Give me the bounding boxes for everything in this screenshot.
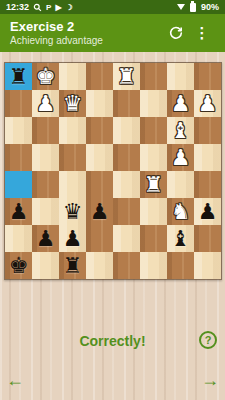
square-f7[interactable] (140, 90, 167, 117)
status-bar: 12:32 P ▶ ☽ 90% (0, 0, 225, 14)
square-b3[interactable] (32, 198, 59, 225)
square-a4[interactable] (5, 171, 32, 198)
square-a2[interactable] (5, 225, 32, 252)
piece-black-rook: ♜ (9, 63, 29, 90)
refresh-icon (168, 25, 184, 41)
left-arrow-icon: ← (6, 370, 24, 390)
piece-white-pawn: ♟ (171, 90, 191, 117)
square-e6[interactable] (113, 117, 140, 144)
piece-black-pawn: ♟ (36, 225, 56, 252)
square-b1[interactable] (32, 252, 59, 279)
page-title: Exercise 2 (10, 19, 163, 35)
night-mode-icon: ☽ (66, 3, 73, 12)
square-b2[interactable]: ♟ (32, 225, 59, 252)
piece-white-rook: ♜ (144, 171, 164, 198)
square-h2[interactable] (194, 225, 221, 252)
square-g1[interactable] (167, 252, 194, 279)
square-a3[interactable]: ♟ (5, 198, 32, 225)
piece-black-king: ♚ (9, 252, 29, 279)
square-d8[interactable] (86, 63, 113, 90)
square-g4[interactable] (167, 171, 194, 198)
square-e1[interactable] (113, 252, 140, 279)
square-d2[interactable] (86, 225, 113, 252)
square-h8[interactable] (194, 63, 221, 90)
square-e2[interactable] (113, 225, 140, 252)
question-mark-icon: ? (205, 334, 212, 346)
piece-white-pawn: ♟ (198, 90, 218, 117)
clock-text: 12:32 (6, 2, 29, 12)
piece-black-rook: ♜ (63, 252, 83, 279)
square-h7[interactable]: ♟ (194, 90, 221, 117)
square-c4[interactable] (59, 171, 86, 198)
square-e7[interactable] (113, 90, 140, 117)
square-b8[interactable]: ♚ (32, 63, 59, 90)
square-f4[interactable]: ♜ (140, 171, 167, 198)
square-g2[interactable]: ♝ (167, 225, 194, 252)
square-a7[interactable] (5, 90, 32, 117)
battery-percent-text: 90% (201, 2, 219, 12)
help-button[interactable]: ? (199, 331, 217, 349)
wifi-icon (177, 4, 185, 10)
square-g3[interactable]: ♞ (167, 198, 194, 225)
square-e8[interactable]: ♜ (113, 63, 140, 90)
piece-white-pawn: ♟ (36, 90, 56, 117)
square-c5[interactable] (59, 144, 86, 171)
square-f5[interactable] (140, 144, 167, 171)
square-e3[interactable] (113, 198, 140, 225)
square-b5[interactable] (32, 144, 59, 171)
square-a8[interactable]: ♜ (5, 63, 32, 90)
piece-black-bishop: ♝ (171, 225, 191, 252)
square-f3[interactable] (140, 198, 167, 225)
piece-white-rook: ♜ (117, 63, 137, 90)
square-c8[interactable] (59, 63, 86, 90)
square-d5[interactable] (86, 144, 113, 171)
chess-board[interactable]: ♜♚♜♟♛♟♟♝♟♜♟♛♟♞♟♟♟♝♚♜ (4, 62, 222, 280)
piece-black-queen: ♛ (63, 198, 83, 225)
square-g6[interactable]: ♝ (167, 117, 194, 144)
square-a5[interactable] (5, 144, 32, 171)
square-f8[interactable] (140, 63, 167, 90)
piece-black-pawn: ♟ (198, 198, 218, 225)
play-icon: ▶ (55, 3, 61, 12)
square-d1[interactable] (86, 252, 113, 279)
square-g8[interactable] (167, 63, 194, 90)
vertical-dots-icon: ⋮ (195, 24, 210, 42)
square-e4[interactable] (113, 171, 140, 198)
previous-exercise-button[interactable]: ← (6, 371, 24, 389)
piece-white-queen: ♛ (63, 90, 83, 117)
square-h6[interactable] (194, 117, 221, 144)
square-c1[interactable]: ♜ (59, 252, 86, 279)
piece-black-pawn: ♟ (90, 198, 110, 225)
square-g7[interactable]: ♟ (167, 90, 194, 117)
square-f1[interactable] (140, 252, 167, 279)
result-status-text: Correctly! (0, 333, 225, 349)
square-d6[interactable] (86, 117, 113, 144)
right-arrow-icon: → (201, 370, 219, 390)
square-e5[interactable] (113, 144, 140, 171)
square-d4[interactable] (86, 171, 113, 198)
battery-icon (190, 3, 196, 12)
square-h4[interactable] (194, 171, 221, 198)
square-h3[interactable]: ♟ (194, 198, 221, 225)
square-c3[interactable]: ♛ (59, 198, 86, 225)
square-f6[interactable] (140, 117, 167, 144)
square-c7[interactable]: ♛ (59, 90, 86, 117)
piece-white-bishop: ♝ (171, 117, 191, 144)
next-exercise-button[interactable]: → (201, 371, 219, 389)
app-screen: 12:32 P ▶ ☽ 90% Exercise 2 Achieving adv… (0, 0, 225, 400)
square-f2[interactable] (140, 225, 167, 252)
square-b6[interactable] (32, 117, 59, 144)
piece-black-pawn: ♟ (63, 225, 83, 252)
p-notification-icon: P (46, 3, 51, 12)
piece-black-pawn: ♟ (9, 198, 29, 225)
piece-white-pawn: ♟ (171, 144, 191, 171)
square-a6[interactable] (5, 117, 32, 144)
piece-white-knight: ♞ (171, 198, 191, 225)
app-bar: Exercise 2 Achieving advantage ⋮ (0, 14, 225, 52)
search-icon (33, 3, 42, 12)
square-a1[interactable]: ♚ (5, 252, 32, 279)
overflow-menu-button[interactable]: ⋮ (189, 20, 215, 46)
square-c2[interactable]: ♟ (59, 225, 86, 252)
refresh-button[interactable] (163, 20, 189, 46)
square-b7[interactable]: ♟ (32, 90, 59, 117)
square-h1[interactable] (194, 252, 221, 279)
square-c6[interactable] (59, 117, 86, 144)
square-g5[interactable]: ♟ (167, 144, 194, 171)
piece-white-king: ♚ (36, 63, 56, 90)
square-b4[interactable] (32, 171, 59, 198)
square-h5[interactable] (194, 144, 221, 171)
square-d3[interactable]: ♟ (86, 198, 113, 225)
square-d7[interactable] (86, 90, 113, 117)
page-subtitle: Achieving advantage (10, 35, 163, 48)
